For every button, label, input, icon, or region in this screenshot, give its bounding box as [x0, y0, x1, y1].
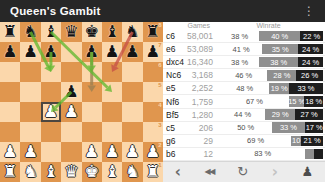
- black-pawn-piece: ♟: [41, 42, 61, 62]
- rank-label-6: 6: [158, 62, 161, 69]
- square-g4[interactable]: [122, 102, 142, 122]
- draws-segment: [305, 149, 314, 160]
- explorer-row-b6[interactable]: b61283 %: [163, 148, 325, 161]
- square-a8[interactable]: ♜: [0, 22, 20, 42]
- draws-segment: 28 %: [267, 70, 296, 81]
- rank-label-4: 4: [158, 102, 161, 109]
- square-g6[interactable]: [122, 62, 142, 82]
- next-move-button[interactable]: ›: [270, 164, 280, 180]
- draws-segment: 33 %: [272, 122, 306, 133]
- square-g3[interactable]: [122, 122, 142, 142]
- move-label: e6: [163, 44, 185, 54]
- chess-opening-app: Queen's Gambit ⋮ ♜♞♝♛♚♝♞8♜♟♟♟♟♟♟7♟6♟5♟♟4…: [0, 0, 325, 182]
- square-c4[interactable]: ♟: [41, 102, 61, 122]
- square-c8[interactable]: ♝: [41, 22, 61, 42]
- white-king-piece: ♚: [82, 162, 102, 182]
- square-e6[interactable]: [82, 62, 102, 82]
- white-pawn-piece: ♟: [82, 142, 102, 162]
- square-c2[interactable]: [41, 142, 61, 162]
- square-f8[interactable]: ♝: [102, 22, 122, 42]
- square-g2[interactable]: ♟: [122, 142, 142, 162]
- chess-board[interactable]: ♜♞♝♛♚♝♞8♜♟♟♟♟♟♟7♟6♟5♟♟43♟♟♟♟♟2♟♜♞♝♛♚♝♞1♜: [0, 22, 163, 182]
- black-wins-segment: 26 %: [296, 70, 323, 81]
- square-b2[interactable]: ♟: [20, 142, 40, 162]
- black-pawn-piece: ♟: [122, 42, 142, 62]
- pawn-icon-button[interactable]: ♟: [300, 163, 316, 181]
- winrate-bar: 83 %: [220, 149, 323, 160]
- square-c3[interactable]: [41, 122, 61, 142]
- square-f1[interactable]: ♝: [102, 162, 122, 182]
- white-pawn-piece: ♟: [20, 142, 40, 162]
- winrate-column-header: Winrate: [217, 22, 320, 30]
- square-d3[interactable]: [61, 122, 81, 142]
- winrate-bar: 44 %29 %27 %: [220, 109, 323, 120]
- square-h4[interactable]: 4: [143, 102, 163, 122]
- square-b1[interactable]: ♞: [20, 162, 40, 182]
- draws-segment: 38 %: [259, 57, 298, 68]
- square-b4[interactable]: [20, 102, 40, 122]
- black-wins-segment: 33 %: [289, 83, 323, 94]
- white-wins-segment: 44 %: [220, 109, 265, 120]
- square-g5[interactable]: [122, 82, 142, 102]
- white-rook-piece: ♜: [0, 162, 20, 182]
- square-g8[interactable]: ♞: [122, 22, 142, 42]
- first-move-button[interactable]: ◀◀: [203, 163, 216, 181]
- draws-segment: 10: [291, 136, 301, 147]
- square-a2[interactable]: ♟: [0, 142, 20, 162]
- games-count: 2,252: [185, 83, 213, 93]
- winrate-bar: 67 %15 %18 %: [220, 96, 323, 107]
- square-b6[interactable]: [20, 62, 40, 82]
- square-h1[interactable]: 1♜: [143, 162, 163, 182]
- rank-label-3: 3: [158, 122, 161, 129]
- square-d7[interactable]: [61, 42, 81, 62]
- white-rook-piece: ♜: [143, 162, 163, 182]
- winrate-bar: 69 %1021 %: [220, 136, 323, 147]
- games-column-header: Games: [163, 22, 210, 30]
- title-bar: Queen's Gambit ⋮: [0, 0, 325, 22]
- square-h6[interactable]: 6: [143, 62, 163, 82]
- white-wins-segment: 38 %: [220, 57, 259, 68]
- black-rook-piece: ♜: [0, 22, 20, 42]
- square-h3[interactable]: 3: [143, 122, 163, 142]
- square-h8[interactable]: 8♜: [143, 22, 163, 42]
- white-wins-segment: 38 %: [220, 31, 259, 42]
- move-label: dxc4: [163, 57, 185, 67]
- games-count: 29: [185, 136, 213, 146]
- explorer-row-e5[interactable]: e52,25248 %19 %33 %: [163, 82, 325, 95]
- square-d8[interactable]: ♛: [61, 22, 81, 42]
- square-b8[interactable]: ♞: [20, 22, 40, 42]
- move-label: Nf6: [163, 97, 185, 107]
- black-king-piece: ♚: [82, 22, 102, 42]
- black-wins-segment: 18 %: [304, 96, 323, 107]
- explorer-row-c5[interactable]: c520650 %33 %17 %: [163, 122, 325, 135]
- square-g1[interactable]: ♞: [122, 162, 142, 182]
- white-wins-segment: 83 %: [220, 149, 305, 160]
- move-label: Bf5: [163, 110, 185, 120]
- games-count: 16,340: [185, 57, 213, 67]
- black-wins-segment: 27 %: [295, 109, 323, 120]
- explorer-row-g6[interactable]: g62969 %1021 %: [163, 135, 325, 148]
- overflow-menu-icon[interactable]: ⋮: [299, 5, 319, 17]
- square-f2[interactable]: ♟: [102, 142, 122, 162]
- square-e7[interactable]: ♟: [82, 42, 102, 62]
- square-e3[interactable]: [82, 122, 102, 142]
- games-count: 58,001: [185, 31, 213, 41]
- black-wins-segment: 21 %: [301, 136, 323, 147]
- white-bishop-piece: ♝: [102, 162, 122, 182]
- black-wins-segment: 24 %: [298, 57, 323, 68]
- black-pawn-piece: ♟: [0, 42, 20, 62]
- move-label: e5: [163, 83, 185, 93]
- square-f3[interactable]: [102, 122, 122, 142]
- square-a5[interactable]: [0, 82, 20, 102]
- move-label: g6: [163, 136, 185, 146]
- square-c5[interactable]: [41, 82, 61, 102]
- square-f6[interactable]: [102, 62, 122, 82]
- black-bishop-piece: ♝: [102, 22, 122, 42]
- games-count: 1,759: [185, 97, 213, 107]
- square-c6[interactable]: [41, 62, 61, 82]
- square-h7[interactable]: 7♟: [143, 42, 163, 62]
- explorer-row-Nc6[interactable]: Nc63,16846 %28 %26 %: [163, 69, 325, 82]
- black-pawn-piece: ♟: [20, 42, 40, 62]
- games-count: 1,280: [185, 110, 213, 120]
- white-knight-piece: ♞: [20, 162, 40, 182]
- move-label: b6: [163, 149, 185, 159]
- winrate-bar: 41 %35 %24 %: [220, 44, 323, 55]
- square-e5[interactable]: [82, 82, 102, 102]
- white-wins-segment: 41 %: [220, 44, 262, 55]
- square-d4[interactable]: ♟: [61, 102, 81, 122]
- black-bishop-piece: ♝: [41, 22, 61, 42]
- white-wins-segment: 50 %: [220, 122, 272, 133]
- square-e4[interactable]: [82, 102, 102, 122]
- explorer-row-Nf6[interactable]: Nf61,75967 %15 %18 %: [163, 95, 325, 108]
- draws-segment: 19 %: [269, 83, 289, 94]
- black-knight-piece: ♞: [20, 22, 40, 42]
- square-g7[interactable]: ♟: [122, 42, 142, 62]
- white-pawn-piece: ♟: [122, 142, 142, 162]
- draws-segment: 15 %: [289, 96, 304, 107]
- square-f4[interactable]: [102, 102, 122, 122]
- draws-segment: 35 %: [262, 44, 298, 55]
- page-title: Queen's Gambit: [10, 5, 101, 17]
- explorer-row-dxc4[interactable]: dxc416,34038 %38 %24 %: [163, 56, 325, 69]
- winrate-bar: 38 %38 %24 %: [220, 57, 323, 68]
- square-e1[interactable]: ♚: [82, 162, 102, 182]
- square-f5[interactable]: [102, 82, 122, 102]
- refresh-button[interactable]: ↻: [235, 163, 250, 181]
- square-f7[interactable]: ♟: [102, 42, 122, 62]
- winrate-bar: 46 %28 %26 %: [220, 70, 323, 81]
- move-label: c5: [163, 123, 185, 133]
- winrate-bar: 48 %19 %33 %: [220, 83, 323, 94]
- black-rook-piece: ♜: [143, 22, 163, 42]
- explorer-header: Games Winrate: [163, 22, 325, 30]
- square-b7[interactable]: ♟: [20, 42, 40, 62]
- square-d2[interactable]: [61, 142, 81, 162]
- white-wins-segment: 67 %: [220, 96, 289, 107]
- white-queen-piece: ♛: [61, 162, 81, 182]
- square-d6[interactable]: [61, 62, 81, 82]
- black-pawn-piece: ♟: [61, 82, 81, 102]
- black-pawn-piece: ♟: [102, 42, 122, 62]
- explorer-rows: c658,00138 %40 %22 %e653,08941 %35 %24 %…: [163, 30, 325, 161]
- previous-move-button[interactable]: ‹: [173, 164, 183, 180]
- white-wins-segment: 48 %: [220, 83, 269, 94]
- square-h2[interactable]: 2♟: [143, 142, 163, 162]
- games-count: 206: [185, 123, 213, 133]
- explorer-row-c6[interactable]: c658,00138 %40 %22 %: [163, 30, 325, 43]
- explorer-row-Bf5[interactable]: Bf51,28044 %29 %27 %: [163, 109, 325, 122]
- square-d1[interactable]: ♛: [61, 162, 81, 182]
- draws-segment: 40 %: [259, 31, 300, 42]
- rank-label-5: 5: [158, 82, 161, 89]
- opening-explorer: Games Winrate c658,00138 %40 %22 %e653,0…: [163, 22, 325, 161]
- square-h5[interactable]: 5: [143, 82, 163, 102]
- black-pawn-piece: ♟: [82, 42, 102, 62]
- square-c7[interactable]: ♟: [41, 42, 61, 62]
- move-label: c6: [163, 31, 185, 41]
- white-pawn-piece: ♟: [102, 142, 122, 162]
- square-d5[interactable]: ♟: [61, 82, 81, 102]
- explorer-row-e6[interactable]: e653,08941 %35 %24 %: [163, 43, 325, 56]
- black-wins-segment: 17 %: [305, 122, 323, 133]
- draws-segment: 29 %: [265, 109, 295, 120]
- black-pawn-piece: ♟: [143, 42, 163, 62]
- black-wins-segment: [314, 149, 323, 160]
- games-count: 12: [185, 149, 213, 159]
- white-pawn-piece: ♟: [0, 142, 20, 162]
- square-a4[interactable]: [0, 102, 20, 122]
- square-b3[interactable]: [20, 122, 40, 142]
- black-wins-segment: 22 %: [300, 31, 323, 42]
- navigation-toolbar: ‹ ◀◀ ↻ › ♟: [163, 161, 325, 182]
- square-a6[interactable]: [0, 62, 20, 82]
- black-wins-segment: 24 %: [298, 44, 323, 55]
- games-count: 3,168: [185, 70, 213, 80]
- white-wins-segment: 46 %: [220, 70, 267, 81]
- winrate-bar: 38 %40 %22 %: [220, 31, 323, 42]
- black-queen-piece: ♛: [61, 22, 81, 42]
- white-knight-piece: ♞: [122, 162, 142, 182]
- white-bishop-piece: ♝: [41, 162, 61, 182]
- square-a1[interactable]: ♜: [0, 162, 20, 182]
- square-e8[interactable]: ♚: [82, 22, 102, 42]
- square-b5[interactable]: [20, 82, 40, 102]
- square-e2[interactable]: ♟: [82, 142, 102, 162]
- square-a3[interactable]: [0, 122, 20, 142]
- black-knight-piece: ♞: [122, 22, 142, 42]
- square-a7[interactable]: ♟: [0, 42, 20, 62]
- white-pawn-piece: ♟: [61, 102, 81, 122]
- square-c1[interactable]: ♝: [41, 162, 61, 182]
- winrate-bar: 50 %33 %17 %: [220, 122, 323, 133]
- move-label: Nc6: [163, 70, 185, 80]
- white-wins-segment: 69 %: [220, 136, 291, 147]
- white-pawn-piece: ♟: [143, 142, 163, 162]
- games-count: 53,089: [185, 44, 213, 54]
- white-pawn-piece: ♟: [41, 102, 61, 122]
